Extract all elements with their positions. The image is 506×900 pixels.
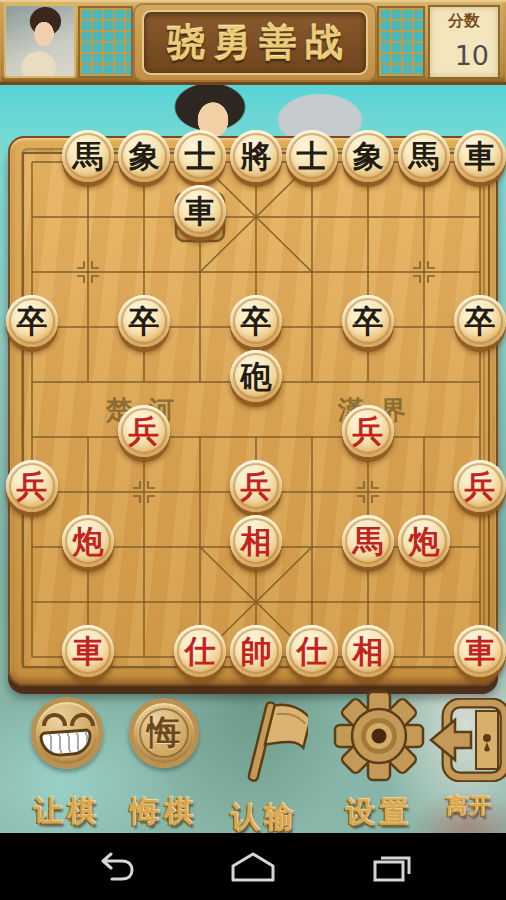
smiley-icon xyxy=(31,697,103,769)
piece-black-soldier[interactable]: 卒 xyxy=(118,295,170,347)
piece-black-soldier[interactable]: 卒 xyxy=(230,295,282,347)
smiley-eye xyxy=(42,713,67,726)
xiangqi-board[interactable]: 楚河 漢界 馬象士將士象馬車車卒卒卒卒卒砲兵兵兵兵兵炮相馬炮車仕帥仕相車 xyxy=(8,136,498,686)
piece-black-cannon[interactable]: 砲 xyxy=(230,350,282,402)
piece-red-rook[interactable]: 車 xyxy=(454,625,506,677)
offer-draw-label: 让棋 xyxy=(33,792,101,832)
piece-red-elephant[interactable]: 相 xyxy=(342,625,394,677)
piece-red-elephant[interactable]: 相 xyxy=(230,515,282,567)
lattice-decoration-left xyxy=(78,6,133,78)
piece-black-horse[interactable]: 馬 xyxy=(398,130,450,182)
piece-black-soldier[interactable]: 卒 xyxy=(454,295,506,347)
offer-draw-button[interactable]: 让棋 xyxy=(12,694,122,832)
exit-door-icon xyxy=(429,698,506,782)
undo-move-label: 悔棋 xyxy=(130,792,198,832)
piece-red-cannon[interactable]: 炮 xyxy=(398,515,450,567)
piece-red-general[interactable]: 帥 xyxy=(230,625,282,677)
settings-label: 设置 xyxy=(345,793,413,833)
title-plaque-frame: 骁勇善战 xyxy=(133,3,377,82)
piece-red-soldier[interactable]: 兵 xyxy=(454,460,506,512)
header-bar: 骁勇善战 分数 10 xyxy=(0,0,506,85)
piece-black-advisor[interactable]: 士 xyxy=(286,130,338,182)
resign-button[interactable]: 认输 xyxy=(212,688,316,838)
back-icon[interactable] xyxy=(90,852,138,882)
leave-label: 离开 xyxy=(446,792,492,820)
piece-black-soldier[interactable]: 卒 xyxy=(342,295,394,347)
piece-red-horse[interactable]: 馬 xyxy=(342,515,394,567)
score-panel: 分数 10 xyxy=(428,5,500,79)
piece-red-rook[interactable]: 車 xyxy=(62,625,114,677)
piece-black-general[interactable]: 將 xyxy=(230,130,282,182)
player-avatar[interactable] xyxy=(4,4,76,78)
regret-disc-icon: 悔 xyxy=(129,698,199,768)
gear-icon xyxy=(332,689,426,783)
pieces-layer: 馬象士將士象馬車車卒卒卒卒卒砲兵兵兵兵兵炮相馬炮車仕帥仕相車 xyxy=(10,138,496,684)
settings-button[interactable]: 设置 xyxy=(326,689,432,833)
piece-red-cannon[interactable]: 炮 xyxy=(62,515,114,567)
piece-red-soldier[interactable]: 兵 xyxy=(230,460,282,512)
lattice-decoration-right xyxy=(377,6,425,78)
piece-red-advisor[interactable]: 仕 xyxy=(286,625,338,677)
smiley-eye xyxy=(70,713,95,726)
resign-label: 认输 xyxy=(230,798,298,838)
piece-black-advisor[interactable]: 士 xyxy=(174,130,226,182)
undo-move-button[interactable]: 悔 悔棋 xyxy=(114,694,214,832)
piece-black-rook[interactable]: 車 xyxy=(174,185,226,237)
smiley-mouth xyxy=(39,728,93,758)
home-icon[interactable] xyxy=(227,852,279,882)
surrender-flag-icon xyxy=(220,688,308,792)
piece-red-soldier[interactable]: 兵 xyxy=(6,460,58,512)
page-title: 骁勇善战 xyxy=(159,18,352,68)
piece-black-soldier[interactable]: 卒 xyxy=(6,295,58,347)
piece-black-rook[interactable]: 車 xyxy=(454,130,506,182)
piece-black-elephant[interactable]: 象 xyxy=(118,130,170,182)
piece-red-soldier[interactable]: 兵 xyxy=(342,405,394,457)
score-label: 分数 xyxy=(430,11,498,32)
recents-icon[interactable] xyxy=(369,852,417,882)
piece-black-elephant[interactable]: 象 xyxy=(342,130,394,182)
score-value: 10 xyxy=(430,40,498,71)
piece-red-soldier[interactable]: 兵 xyxy=(118,405,170,457)
piece-red-advisor[interactable]: 仕 xyxy=(174,625,226,677)
android-navbar xyxy=(0,833,506,900)
leave-button[interactable]: 离开 xyxy=(428,698,506,820)
title-plaque: 骁勇善战 xyxy=(142,10,368,75)
piece-black-horse[interactable]: 馬 xyxy=(62,130,114,182)
